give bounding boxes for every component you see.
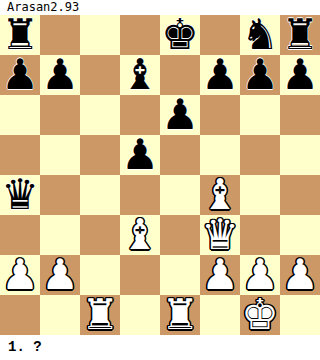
square-g2[interactable]: ♟ (240, 255, 280, 295)
piece-white-pawn[interactable]: ♟ (201, 255, 239, 295)
piece-black-pawn[interactable]: ♟ (281, 55, 319, 95)
piece-white-queen[interactable]: ♛ (201, 215, 239, 255)
square-f2[interactable]: ♟ (200, 255, 240, 295)
square-g7[interactable]: ♟ (240, 55, 280, 95)
piece-white-rook[interactable]: ♜ (81, 295, 119, 335)
square-d4[interactable] (120, 175, 160, 215)
square-a5[interactable] (0, 135, 40, 175)
square-b7[interactable]: ♟ (40, 55, 80, 95)
piece-black-rook[interactable]: ♜ (281, 15, 319, 55)
piece-black-pawn[interactable]: ♟ (121, 135, 159, 175)
square-b1[interactable] (40, 295, 80, 335)
square-h3[interactable] (280, 215, 320, 255)
piece-black-rook[interactable]: ♜ (1, 15, 39, 55)
square-a4[interactable]: ♛ (0, 175, 40, 215)
piece-black-pawn[interactable]: ♟ (41, 55, 79, 95)
arasan-window: Arasan2.93 ♜♚♞♜♟♟♝♟♟♟♟♟♛♝♝♛♟♟♟♟♟♜♜♚ 1. ? (0, 0, 320, 360)
piece-white-pawn[interactable]: ♟ (41, 255, 79, 295)
piece-white-bishop[interactable]: ♝ (201, 175, 239, 215)
square-c2[interactable] (80, 255, 120, 295)
piece-white-bishop[interactable]: ♝ (121, 215, 159, 255)
square-c5[interactable] (80, 135, 120, 175)
square-b6[interactable] (40, 95, 80, 135)
square-b4[interactable] (40, 175, 80, 215)
square-e3[interactable] (160, 215, 200, 255)
square-g5[interactable] (240, 135, 280, 175)
square-c4[interactable] (80, 175, 120, 215)
square-h8[interactable]: ♜ (280, 15, 320, 55)
square-f6[interactable] (200, 95, 240, 135)
square-b8[interactable] (40, 15, 80, 55)
piece-black-pawn[interactable]: ♟ (201, 55, 239, 95)
square-b5[interactable] (40, 135, 80, 175)
square-e6[interactable]: ♟ (160, 95, 200, 135)
square-h5[interactable] (280, 135, 320, 175)
square-h7[interactable]: ♟ (280, 55, 320, 95)
square-a6[interactable] (0, 95, 40, 135)
piece-black-pawn[interactable]: ♟ (241, 55, 279, 95)
square-e1[interactable]: ♜ (160, 295, 200, 335)
square-c7[interactable] (80, 55, 120, 95)
piece-black-bishop[interactable]: ♝ (121, 55, 159, 95)
piece-white-pawn[interactable]: ♟ (241, 255, 279, 295)
square-g4[interactable] (240, 175, 280, 215)
square-g3[interactable] (240, 215, 280, 255)
piece-black-queen[interactable]: ♛ (1, 175, 39, 215)
square-h4[interactable] (280, 175, 320, 215)
square-g8[interactable]: ♞ (240, 15, 280, 55)
piece-black-knight[interactable]: ♞ (241, 15, 279, 55)
square-g1[interactable]: ♚ (240, 295, 280, 335)
square-d1[interactable] (120, 295, 160, 335)
square-c8[interactable] (80, 15, 120, 55)
square-e8[interactable]: ♚ (160, 15, 200, 55)
square-e2[interactable] (160, 255, 200, 295)
piece-white-pawn[interactable]: ♟ (281, 255, 319, 295)
square-g6[interactable] (240, 95, 280, 135)
piece-white-rook[interactable]: ♜ (161, 295, 199, 335)
square-d2[interactable] (120, 255, 160, 295)
chess-board: ♜♚♞♜♟♟♝♟♟♟♟♟♛♝♝♛♟♟♟♟♟♜♜♚ (0, 15, 320, 335)
square-a7[interactable]: ♟ (0, 55, 40, 95)
square-f5[interactable] (200, 135, 240, 175)
square-d3[interactable]: ♝ (120, 215, 160, 255)
square-c6[interactable] (80, 95, 120, 135)
square-e7[interactable] (160, 55, 200, 95)
square-c1[interactable]: ♜ (80, 295, 120, 335)
square-f7[interactable]: ♟ (200, 55, 240, 95)
square-d5[interactable]: ♟ (120, 135, 160, 175)
piece-black-pawn[interactable]: ♟ (161, 95, 199, 135)
piece-white-king[interactable]: ♚ (241, 295, 279, 335)
square-d7[interactable]: ♝ (120, 55, 160, 95)
square-b2[interactable]: ♟ (40, 255, 80, 295)
square-b3[interactable] (40, 215, 80, 255)
square-f4[interactable]: ♝ (200, 175, 240, 215)
square-h6[interactable] (280, 95, 320, 135)
piece-black-pawn[interactable]: ♟ (1, 55, 39, 95)
square-h2[interactable]: ♟ (280, 255, 320, 295)
square-a1[interactable] (0, 295, 40, 335)
piece-white-pawn[interactable]: ♟ (1, 255, 39, 295)
piece-black-king[interactable]: ♚ (161, 15, 199, 55)
square-d8[interactable] (120, 15, 160, 55)
square-f3[interactable]: ♛ (200, 215, 240, 255)
square-e5[interactable] (160, 135, 200, 175)
square-c3[interactable] (80, 215, 120, 255)
square-f1[interactable] (200, 295, 240, 335)
square-f8[interactable] (200, 15, 240, 55)
square-a3[interactable] (0, 215, 40, 255)
square-h1[interactable] (280, 295, 320, 335)
square-a2[interactable]: ♟ (0, 255, 40, 295)
square-a8[interactable]: ♜ (0, 15, 40, 55)
square-d6[interactable] (120, 95, 160, 135)
square-e4[interactable] (160, 175, 200, 215)
